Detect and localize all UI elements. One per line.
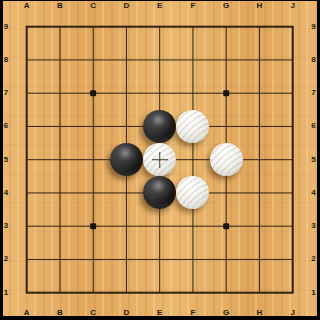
coord-label-left-1: 1 <box>4 289 8 297</box>
stone-black-E6 <box>143 110 176 143</box>
star-point-C3 <box>90 223 96 229</box>
coord-label-top-C: C <box>90 2 96 10</box>
last-move-marker <box>152 152 168 168</box>
coord-label-bottom-D: D <box>124 309 130 317</box>
coord-label-top-H: H <box>257 2 263 10</box>
coord-label-left-5: 5 <box>4 156 8 164</box>
coord-label-right-3: 3 <box>311 222 315 230</box>
stone-black-D5 <box>110 143 143 176</box>
coord-label-left-6: 6 <box>4 122 8 130</box>
star-point-G7 <box>223 90 229 96</box>
coord-label-right-5: 5 <box>311 156 315 164</box>
star-point-C7 <box>90 90 96 96</box>
coord-label-top-E: E <box>157 2 162 10</box>
coord-label-left-9: 9 <box>4 23 8 31</box>
coord-label-left-8: 8 <box>4 56 8 64</box>
coord-label-top-A: A <box>24 2 30 10</box>
coord-label-left-3: 3 <box>4 222 8 230</box>
coord-label-bottom-H: H <box>257 309 263 317</box>
coord-label-bottom-E: E <box>157 309 162 317</box>
coord-label-right-9: 9 <box>311 23 315 31</box>
coord-label-right-4: 4 <box>311 189 315 197</box>
coord-label-bottom-B: B <box>57 309 63 317</box>
coord-label-left-7: 7 <box>4 89 8 97</box>
coord-label-top-D: D <box>124 2 130 10</box>
coord-label-right-2: 2 <box>311 255 315 263</box>
stone-white-G5 <box>210 143 243 176</box>
coord-label-top-F: F <box>190 2 195 10</box>
star-point-G3 <box>223 223 229 229</box>
coord-label-left-2: 2 <box>4 255 8 263</box>
coord-label-bottom-J: J <box>290 309 294 317</box>
coord-label-bottom-A: A <box>24 309 30 317</box>
go-board[interactable]: AA99BB88CC77DD66EE55FF44GG33HH22JJ11 <box>0 0 320 320</box>
coord-label-top-B: B <box>57 2 63 10</box>
coord-label-left-4: 4 <box>4 189 8 197</box>
coord-label-bottom-C: C <box>90 309 96 317</box>
coord-label-right-7: 7 <box>311 89 315 97</box>
coord-label-right-6: 6 <box>311 122 315 130</box>
coord-label-right-1: 1 <box>311 289 315 297</box>
coord-label-right-8: 8 <box>311 56 315 64</box>
coord-label-bottom-G: G <box>223 309 229 317</box>
coord-label-top-G: G <box>223 2 229 10</box>
coord-label-bottom-F: F <box>190 309 195 317</box>
coord-label-top-J: J <box>290 2 294 10</box>
